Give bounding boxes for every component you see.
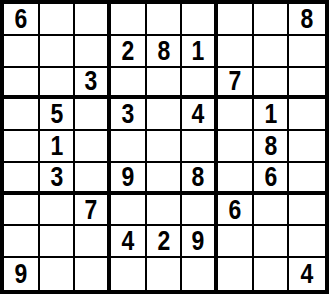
- cell-r5c3[interactable]: [75, 131, 111, 163]
- given-digit: 1: [192, 37, 205, 65]
- given-digit: 9: [121, 163, 134, 191]
- cell-r6c4[interactable]: 9: [111, 163, 147, 195]
- cell-r1c1[interactable]: 6: [4, 4, 40, 36]
- given-digit: 2: [157, 227, 170, 255]
- cell-r3c2[interactable]: [40, 68, 76, 100]
- cell-r4c9[interactable]: [289, 99, 325, 131]
- given-digit: 8: [192, 163, 205, 191]
- cell-r9c8[interactable]: [254, 258, 290, 290]
- cell-r8c7[interactable]: [218, 226, 254, 258]
- sudoku-board: 682813753411839867642994: [0, 0, 329, 294]
- cell-r3c4[interactable]: [111, 68, 147, 100]
- cell-r8c9[interactable]: [289, 226, 325, 258]
- cell-r5c7[interactable]: [218, 131, 254, 163]
- given-digit: 4: [121, 227, 134, 255]
- cell-r1c9[interactable]: 8: [289, 4, 325, 36]
- cell-r6c1[interactable]: [4, 163, 40, 195]
- cell-r4c8[interactable]: 1: [254, 99, 290, 131]
- given-digit: 7: [85, 196, 98, 224]
- cell-r5c8[interactable]: 8: [254, 131, 290, 163]
- cell-r9c3[interactable]: [75, 258, 111, 290]
- given-digit: 8: [301, 5, 314, 33]
- cell-r9c4[interactable]: [111, 258, 147, 290]
- cell-r6c7[interactable]: [218, 163, 254, 195]
- cell-r4c4[interactable]: 3: [111, 99, 147, 131]
- cell-r8c6[interactable]: 9: [182, 226, 218, 258]
- cell-r4c3[interactable]: [75, 99, 111, 131]
- cell-r5c5[interactable]: [147, 131, 183, 163]
- cell-r8c8[interactable]: [254, 226, 290, 258]
- cell-r8c4[interactable]: 4: [111, 226, 147, 258]
- cell-r2c3[interactable]: [75, 36, 111, 68]
- cell-r9c6[interactable]: [182, 258, 218, 290]
- cell-r8c3[interactable]: [75, 226, 111, 258]
- cell-r2c7[interactable]: [218, 36, 254, 68]
- cell-r8c2[interactable]: [40, 226, 76, 258]
- cell-r5c2[interactable]: 1: [40, 131, 76, 163]
- cell-r9c2[interactable]: [40, 258, 76, 290]
- given-digit: 6: [264, 163, 277, 191]
- cell-r6c9[interactable]: [289, 163, 325, 195]
- given-digit: 8: [157, 37, 170, 65]
- cell-r7c6[interactable]: [182, 195, 218, 227]
- cell-r2c9[interactable]: [289, 36, 325, 68]
- cell-r4c5[interactable]: [147, 99, 183, 131]
- cell-r1c6[interactable]: [182, 4, 218, 36]
- cell-r8c5[interactable]: 2: [147, 226, 183, 258]
- cell-r3c8[interactable]: [254, 68, 290, 100]
- given-digit: 1: [50, 132, 63, 160]
- cell-r5c6[interactable]: [182, 131, 218, 163]
- cell-r7c1[interactable]: [4, 195, 40, 227]
- cell-r1c7[interactable]: [218, 4, 254, 36]
- cell-r1c5[interactable]: [147, 4, 183, 36]
- cell-r1c2[interactable]: [40, 4, 76, 36]
- cell-r7c4[interactable]: [111, 195, 147, 227]
- cell-r5c1[interactable]: [4, 131, 40, 163]
- given-digit: 9: [14, 260, 27, 288]
- cell-r2c4[interactable]: 2: [111, 36, 147, 68]
- cell-r2c1[interactable]: [4, 36, 40, 68]
- given-digit: 3: [85, 68, 98, 96]
- cell-r7c8[interactable]: [254, 195, 290, 227]
- cell-r1c8[interactable]: [254, 4, 290, 36]
- cell-r9c5[interactable]: [147, 258, 183, 290]
- cell-r2c8[interactable]: [254, 36, 290, 68]
- cell-r2c5[interactable]: 8: [147, 36, 183, 68]
- cell-r7c3[interactable]: 7: [75, 195, 111, 227]
- cell-r6c3[interactable]: [75, 163, 111, 195]
- given-digit: 6: [14, 5, 27, 33]
- given-digit: 3: [121, 100, 134, 128]
- cell-r6c2[interactable]: 3: [40, 163, 76, 195]
- given-digit: 4: [301, 260, 314, 288]
- cell-r7c9[interactable]: [289, 195, 325, 227]
- cell-r2c6[interactable]: 1: [182, 36, 218, 68]
- cell-r9c9[interactable]: 4: [289, 258, 325, 290]
- cell-r3c1[interactable]: [4, 68, 40, 100]
- cell-r1c3[interactable]: [75, 4, 111, 36]
- cell-r4c6[interactable]: 4: [182, 99, 218, 131]
- cell-r6c8[interactable]: 6: [254, 163, 290, 195]
- cell-r5c9[interactable]: [289, 131, 325, 163]
- given-digit: 9: [192, 227, 205, 255]
- cell-r6c5[interactable]: [147, 163, 183, 195]
- given-digit: 7: [228, 68, 241, 96]
- cell-r6c6[interactable]: 8: [182, 163, 218, 195]
- cell-r9c1[interactable]: 9: [4, 258, 40, 290]
- given-digit: 1: [264, 100, 277, 128]
- cell-r5c4[interactable]: [111, 131, 147, 163]
- cell-r8c1[interactable]: [4, 226, 40, 258]
- cell-r4c7[interactable]: [218, 99, 254, 131]
- cell-r3c3[interactable]: 3: [75, 68, 111, 100]
- given-digit: 5: [50, 100, 63, 128]
- cell-r1c4[interactable]: [111, 4, 147, 36]
- given-digit: 8: [264, 132, 277, 160]
- cell-r3c9[interactable]: [289, 68, 325, 100]
- cell-r9c7[interactable]: [218, 258, 254, 290]
- cell-r3c6[interactable]: [182, 68, 218, 100]
- given-digit: 4: [192, 100, 205, 128]
- cell-r4c1[interactable]: [4, 99, 40, 131]
- cell-r7c7[interactable]: 6: [218, 195, 254, 227]
- cell-r7c2[interactable]: [40, 195, 76, 227]
- given-digit: 6: [228, 196, 241, 224]
- cell-r3c5[interactable]: [147, 68, 183, 100]
- given-digit: 3: [50, 163, 63, 191]
- cell-r7c5[interactable]: [147, 195, 183, 227]
- cell-r4c2[interactable]: 5: [40, 99, 76, 131]
- cell-r2c2[interactable]: [40, 36, 76, 68]
- cell-r3c7[interactable]: 7: [218, 68, 254, 100]
- given-digit: 2: [121, 37, 134, 65]
